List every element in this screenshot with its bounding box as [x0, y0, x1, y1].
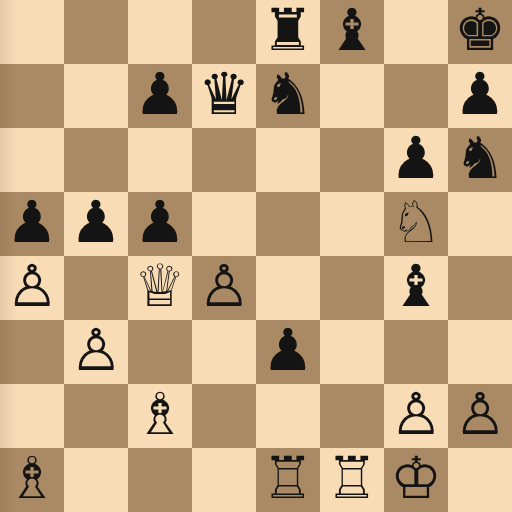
piece-black-pawn[interactable]: ♟: [134, 193, 186, 251]
square-h1[interactable]: [448, 448, 512, 512]
square-h3[interactable]: [448, 320, 512, 384]
piece-black-pawn[interactable]: ♟: [134, 65, 186, 123]
square-b1[interactable]: [64, 448, 128, 512]
square-d8[interactable]: [192, 0, 256, 64]
square-a4[interactable]: ♙: [0, 256, 64, 320]
square-c7[interactable]: ♟: [128, 64, 192, 128]
square-f7[interactable]: [320, 64, 384, 128]
square-h6[interactable]: ♞: [448, 128, 512, 192]
piece-black-pawn[interactable]: ♟: [262, 321, 314, 379]
square-g4[interactable]: ♝: [384, 256, 448, 320]
square-d6[interactable]: [192, 128, 256, 192]
square-h2[interactable]: ♙: [448, 384, 512, 448]
square-e6[interactable]: [256, 128, 320, 192]
square-c5[interactable]: ♟: [128, 192, 192, 256]
square-c1[interactable]: [128, 448, 192, 512]
square-f5[interactable]: [320, 192, 384, 256]
piece-black-bishop[interactable]: ♝: [326, 1, 378, 59]
square-d3[interactable]: [192, 320, 256, 384]
square-c6[interactable]: [128, 128, 192, 192]
piece-black-knight[interactable]: ♞: [454, 129, 506, 187]
piece-white-rook[interactable]: ♖: [262, 449, 314, 507]
piece-white-pawn[interactable]: ♙: [390, 385, 442, 443]
square-f2[interactable]: [320, 384, 384, 448]
piece-white-king[interactable]: ♔: [390, 449, 442, 507]
chess-board-container: ♜♝♚♟♛♞♟♟♞♟♟♟♘♙♕♙♝♙♟♗♙♙♗♖♖♔: [0, 0, 512, 512]
square-c2[interactable]: ♗: [128, 384, 192, 448]
square-b5[interactable]: ♟: [64, 192, 128, 256]
square-a7[interactable]: [0, 64, 64, 128]
square-d2[interactable]: [192, 384, 256, 448]
piece-white-pawn[interactable]: ♙: [70, 321, 122, 379]
chess-board: ♜♝♚♟♛♞♟♟♞♟♟♟♘♙♕♙♝♙♟♗♙♙♗♖♖♔: [0, 0, 512, 512]
piece-white-bishop[interactable]: ♗: [134, 385, 186, 443]
piece-white-rook[interactable]: ♖: [326, 449, 378, 507]
square-c3[interactable]: [128, 320, 192, 384]
square-f6[interactable]: [320, 128, 384, 192]
square-h4[interactable]: [448, 256, 512, 320]
square-g7[interactable]: [384, 64, 448, 128]
square-h5[interactable]: [448, 192, 512, 256]
square-f8[interactable]: ♝: [320, 0, 384, 64]
square-h8[interactable]: ♚: [448, 0, 512, 64]
square-d7[interactable]: ♛: [192, 64, 256, 128]
piece-black-king[interactable]: ♚: [454, 1, 506, 59]
piece-black-pawn[interactable]: ♟: [6, 193, 58, 251]
square-g5[interactable]: ♘: [384, 192, 448, 256]
square-a1[interactable]: ♗: [0, 448, 64, 512]
piece-black-pawn[interactable]: ♟: [70, 193, 122, 251]
square-b7[interactable]: [64, 64, 128, 128]
square-g2[interactable]: ♙: [384, 384, 448, 448]
square-b4[interactable]: [64, 256, 128, 320]
piece-black-bishop[interactable]: ♝: [390, 257, 442, 315]
square-b8[interactable]: [64, 0, 128, 64]
square-e1[interactable]: ♖: [256, 448, 320, 512]
piece-white-pawn[interactable]: ♙: [6, 257, 58, 315]
square-e3[interactable]: ♟: [256, 320, 320, 384]
square-b3[interactable]: ♙: [64, 320, 128, 384]
square-d5[interactable]: [192, 192, 256, 256]
square-g6[interactable]: ♟: [384, 128, 448, 192]
square-e4[interactable]: [256, 256, 320, 320]
square-a3[interactable]: [0, 320, 64, 384]
square-f4[interactable]: [320, 256, 384, 320]
square-a5[interactable]: ♟: [0, 192, 64, 256]
square-a2[interactable]: [0, 384, 64, 448]
piece-white-pawn[interactable]: ♙: [198, 257, 250, 315]
piece-black-queen[interactable]: ♛: [198, 65, 250, 123]
piece-black-pawn[interactable]: ♟: [454, 65, 506, 123]
square-b2[interactable]: [64, 384, 128, 448]
square-e5[interactable]: [256, 192, 320, 256]
piece-white-queen[interactable]: ♕: [134, 257, 186, 315]
piece-black-pawn[interactable]: ♟: [390, 129, 442, 187]
square-g8[interactable]: [384, 0, 448, 64]
square-e8[interactable]: ♜: [256, 0, 320, 64]
square-d4[interactable]: ♙: [192, 256, 256, 320]
piece-white-knight[interactable]: ♘: [390, 193, 442, 251]
square-a6[interactable]: [0, 128, 64, 192]
square-c4[interactable]: ♕: [128, 256, 192, 320]
piece-white-bishop[interactable]: ♗: [6, 449, 58, 507]
square-a8[interactable]: [0, 0, 64, 64]
square-h7[interactable]: ♟: [448, 64, 512, 128]
square-b6[interactable]: [64, 128, 128, 192]
square-c8[interactable]: [128, 0, 192, 64]
piece-black-knight[interactable]: ♞: [262, 65, 314, 123]
square-e2[interactable]: [256, 384, 320, 448]
square-g3[interactable]: [384, 320, 448, 384]
piece-white-pawn[interactable]: ♙: [454, 385, 506, 443]
square-d1[interactable]: [192, 448, 256, 512]
square-g1[interactable]: ♔: [384, 448, 448, 512]
square-f1[interactable]: ♖: [320, 448, 384, 512]
square-e7[interactable]: ♞: [256, 64, 320, 128]
square-f3[interactable]: [320, 320, 384, 384]
piece-black-rook[interactable]: ♜: [262, 1, 314, 59]
